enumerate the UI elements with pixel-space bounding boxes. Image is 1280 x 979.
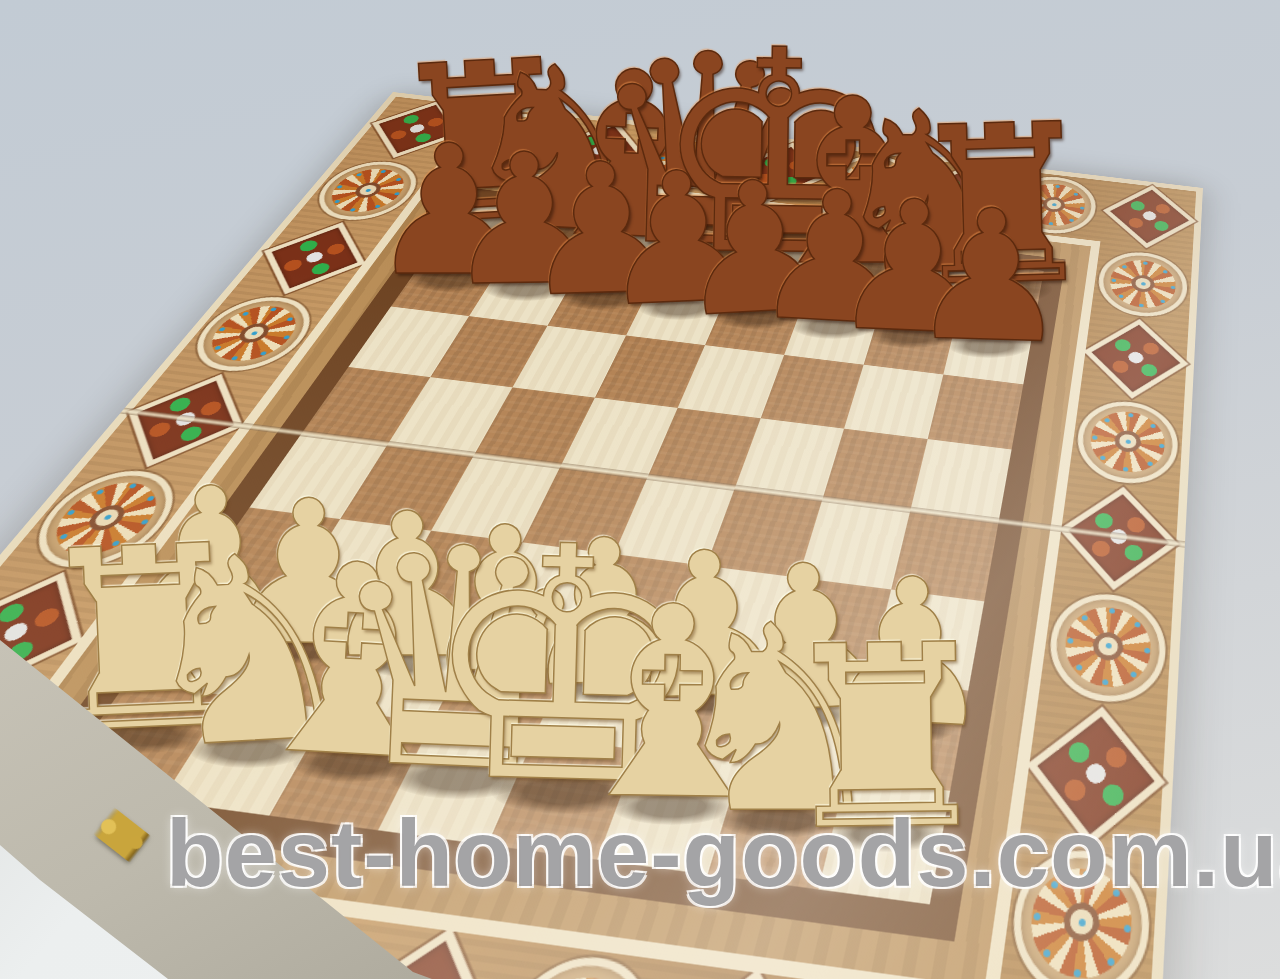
rosette-motif	[1073, 396, 1180, 489]
rosette-motif	[1095, 248, 1189, 321]
square-h7	[943, 316, 1034, 385]
rosette-motif	[634, 131, 743, 193]
diamond-motif	[1083, 319, 1188, 399]
diamond-motif	[1103, 185, 1196, 248]
diamond-motif	[916, 164, 1009, 226]
diamond-motif	[554, 122, 645, 181]
rosette-motif	[820, 152, 921, 216]
square-h8	[958, 262, 1044, 325]
watermark: best-home-goods.com.ua	[166, 800, 1280, 908]
rosette-motif	[1044, 588, 1168, 709]
corner-top-right	[1100, 181, 1196, 252]
rosette-motif	[1007, 173, 1100, 238]
square-h4	[891, 510, 998, 601]
square-g7	[864, 306, 958, 374]
square-g8	[881, 253, 970, 315]
product-photo-scene: ♜♞♝♛♚♝♞♜♟♟♟♟♟♟♟♟♟♟♟♟♟♟♟♟♜♞♝♛♚♝♞♜ best-ho…	[0, 0, 1280, 979]
square-h3	[870, 589, 985, 690]
diamond-motif	[734, 143, 826, 203]
square-h6	[928, 374, 1024, 449]
square-g6	[844, 365, 943, 439]
diamond-motif	[372, 101, 463, 158]
